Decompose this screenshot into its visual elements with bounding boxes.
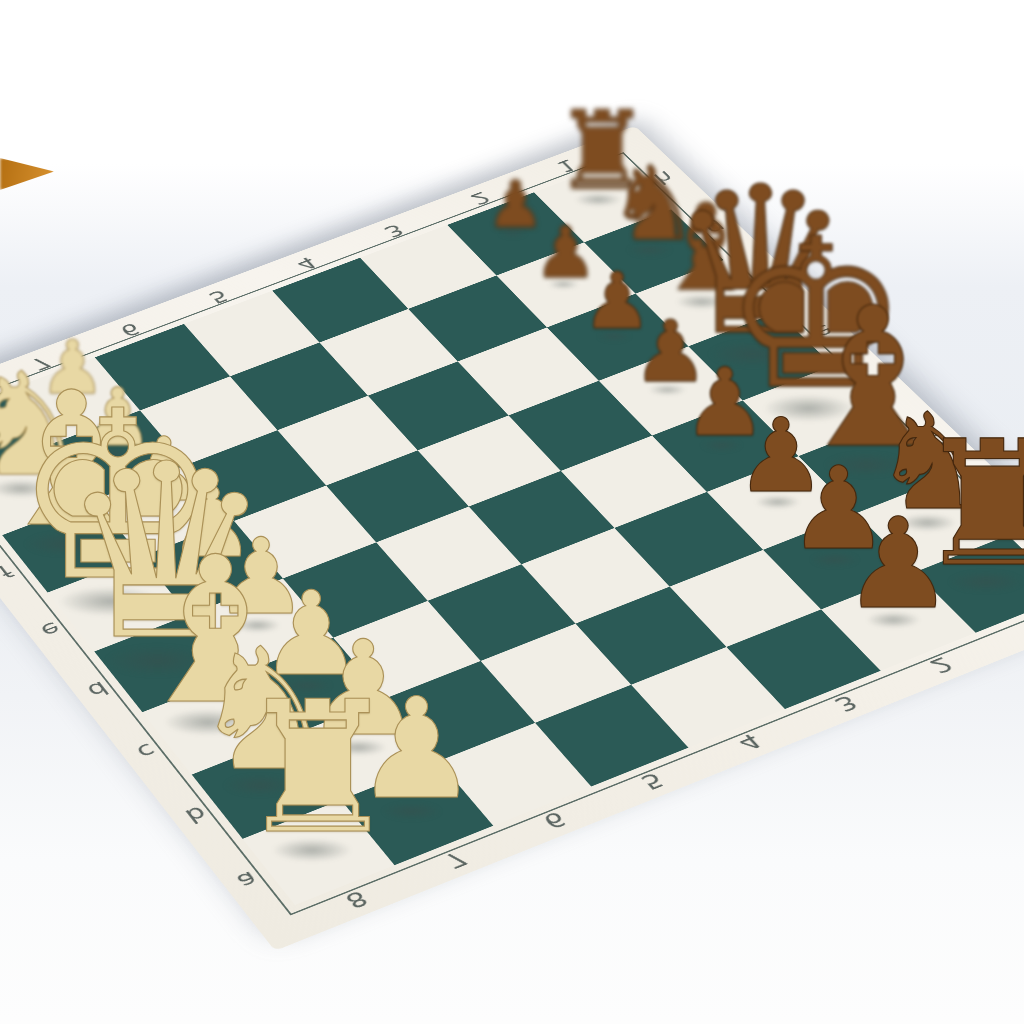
rank-label-2-right: 2 xyxy=(925,653,957,676)
photo-scene: aabbccddeeffgghh1122334455667788 ♜♟♞♟♝♟♛… xyxy=(0,0,1024,1024)
rank-label-4-right: 4 xyxy=(733,730,765,753)
rank-label-5-left: 5 xyxy=(205,287,232,306)
rank-label-4-left: 4 xyxy=(293,254,320,273)
rank-label-3-right: 3 xyxy=(830,692,862,715)
rank-label-8-right: 8 xyxy=(341,887,372,912)
rank-label-7-right: 7 xyxy=(440,847,471,871)
rank-label-1-right: 1 xyxy=(1020,616,1024,639)
rank-label-6-left: 6 xyxy=(116,320,143,339)
rank-label-3-left: 3 xyxy=(380,221,407,240)
rank-label-6-right: 6 xyxy=(538,808,570,832)
piece-brown-pawn-a2[interactable]: ♟ xyxy=(842,501,954,626)
rank-label-5-right: 5 xyxy=(636,769,668,793)
piece-light-rook-a8[interactable]: ♜ xyxy=(237,677,400,859)
background-object xyxy=(0,158,54,190)
